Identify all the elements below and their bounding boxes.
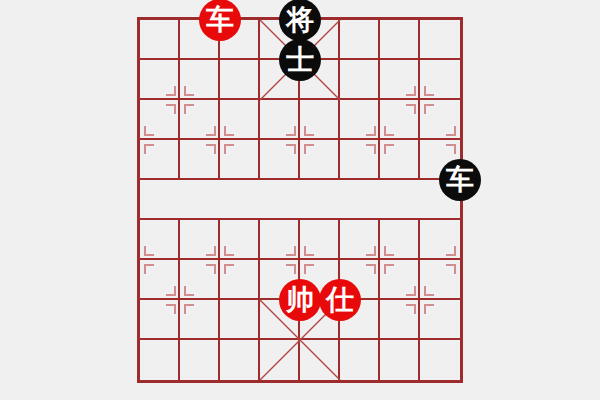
- board-cell: [340, 20, 380, 60]
- board-cell: [140, 220, 180, 260]
- board-cell: [380, 220, 420, 260]
- board-cell: [260, 180, 300, 220]
- board-cell: [220, 100, 260, 140]
- board-cell: [260, 140, 300, 180]
- board-cell: [420, 20, 460, 60]
- board-cell: [340, 180, 380, 220]
- board-cell: [220, 340, 260, 380]
- board-cell: [380, 100, 420, 140]
- board-cell: [220, 180, 260, 220]
- board-cell: [380, 300, 420, 340]
- board-cell: [180, 260, 220, 300]
- board-cell: [180, 180, 220, 220]
- board-cell: [180, 340, 220, 380]
- board-cell: [140, 20, 180, 60]
- board-cell: [260, 340, 300, 380]
- piece-red-general[interactable]: 帅: [279, 279, 321, 321]
- board-cell: [220, 220, 260, 260]
- board-cell: [380, 60, 420, 100]
- board-cell: [140, 180, 180, 220]
- board-cell: [300, 100, 340, 140]
- board-cell: [180, 300, 220, 340]
- board-cell: [180, 140, 220, 180]
- board-cell: [420, 220, 460, 260]
- board-cell: [340, 340, 380, 380]
- board-cell: [140, 340, 180, 380]
- board-cell: [300, 220, 340, 260]
- board-cell: [340, 60, 380, 100]
- board-cell: [180, 60, 220, 100]
- board-cell: [300, 180, 340, 220]
- xiangqi-board-canvas: 车将士车帅仕: [0, 0, 600, 400]
- board-cell: [420, 100, 460, 140]
- board-cell: [380, 260, 420, 300]
- board-cell: [140, 300, 180, 340]
- board-cell: [420, 60, 460, 100]
- piece-black-chariot[interactable]: 车: [439, 159, 481, 201]
- board-cell: [180, 220, 220, 260]
- board-cell: [220, 260, 260, 300]
- board-cell: [380, 20, 420, 60]
- board-cell: [260, 220, 300, 260]
- board-cell: [300, 340, 340, 380]
- board-cell: [300, 140, 340, 180]
- board-cell: [140, 60, 180, 100]
- board-cell: [220, 60, 260, 100]
- board-cell: [260, 100, 300, 140]
- board-cell: [420, 300, 460, 340]
- board-cell: [140, 100, 180, 140]
- board-cell: [140, 140, 180, 180]
- board-cell: [420, 340, 460, 380]
- board-cell: [220, 140, 260, 180]
- board-cell: [340, 140, 380, 180]
- piece-black-advisor[interactable]: 士: [279, 39, 321, 81]
- board-cell: [380, 180, 420, 220]
- board-cell: [220, 300, 260, 340]
- board-cell: [140, 260, 180, 300]
- board-cell: [420, 260, 460, 300]
- board-cell: [380, 340, 420, 380]
- board-cell: [180, 100, 220, 140]
- board-cell: [380, 140, 420, 180]
- piece-red-advisor[interactable]: 仕: [319, 279, 361, 321]
- board-cell: [340, 220, 380, 260]
- piece-black-general[interactable]: 将: [279, 0, 321, 41]
- board-cell: [340, 100, 380, 140]
- piece-red-chariot[interactable]: 车: [199, 0, 241, 41]
